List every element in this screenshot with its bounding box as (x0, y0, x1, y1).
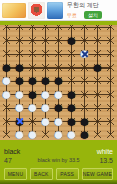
board-cell[interactable] (39, 34, 52, 48)
board-cell[interactable] (0, 34, 13, 48)
board-cell[interactable] (91, 88, 104, 102)
white-stone: ● (14, 128, 24, 140)
board-cell[interactable] (91, 25, 104, 34)
board-cell[interactable]: ● (78, 128, 91, 140)
board-cell[interactable] (26, 47, 39, 61)
white-stone: ● (27, 101, 37, 114)
ad-price-label: 무료 (67, 12, 77, 18)
black-player-label: black (4, 148, 20, 156)
board-cell[interactable] (0, 128, 13, 140)
board-cell[interactable]: ● (26, 101, 39, 115)
board-cell[interactable] (104, 61, 117, 75)
status-bar: black white black win by 33.5 47 13.5 ME… (0, 140, 117, 184)
board-cell[interactable] (52, 34, 65, 48)
ad-banner[interactable]: 무한의 계단 무료 설치 (0, 0, 117, 21)
board-cell[interactable] (52, 47, 65, 61)
white-stone: ● (1, 87, 11, 100)
board-cell[interactable] (78, 74, 91, 88)
board-cell[interactable] (104, 128, 117, 140)
board-cell[interactable] (104, 25, 117, 34)
pass-button[interactable]: PASS (56, 168, 79, 180)
board-cell[interactable] (0, 101, 13, 115)
board-cell[interactable] (39, 128, 52, 140)
board-cell[interactable]: ● (0, 88, 13, 102)
board-cell[interactable] (26, 25, 39, 34)
go-board[interactable]: ●●●●●●●●●●●●●●●●●●●●●●●●●●●●●●● (0, 25, 117, 140)
board-cell[interactable] (78, 88, 91, 102)
back-button[interactable]: BACK (30, 168, 53, 180)
white-stone: ● (40, 114, 50, 127)
board-cell[interactable] (65, 47, 78, 61)
board-cell[interactable] (91, 115, 104, 129)
board-cell[interactable]: ● (39, 115, 52, 129)
menu-button[interactable]: MENU (4, 168, 27, 180)
ad-install-button[interactable]: 설치 (84, 11, 102, 19)
black-stone: ● (92, 60, 102, 73)
white-stone: ● (27, 128, 37, 140)
board-cell[interactable] (91, 128, 104, 140)
board-cell[interactable] (52, 25, 65, 34)
board-cell[interactable] (104, 101, 117, 115)
new-game-button[interactable]: NEW GAME (82, 168, 113, 180)
app-screen: 무한의 계단 무료 설치 ●●●●●●●●●●●●●●●●●●●●●●●●●●●… (0, 0, 117, 184)
board-cell[interactable] (104, 47, 117, 61)
board-cell[interactable] (39, 47, 52, 61)
board-cell[interactable]: ● (13, 128, 26, 140)
board-cell[interactable] (78, 61, 91, 75)
board-cell[interactable]: ● (91, 61, 104, 75)
result-text: black win by 33.5 (4, 156, 113, 165)
board-cell[interactable] (26, 34, 39, 48)
board-cell[interactable]: ● (26, 128, 39, 140)
board-cell[interactable] (78, 25, 91, 34)
board-cell[interactable] (65, 61, 78, 75)
black-stone: ● (79, 128, 89, 140)
board-cell[interactable] (91, 101, 104, 115)
white-stone: ● (66, 128, 76, 140)
ad-thumbnail-2 (28, 2, 45, 19)
board-cell[interactable] (104, 88, 117, 102)
board-cell[interactable] (104, 74, 117, 88)
ad-text-block: 무한의 계단 무료 설치 (67, 2, 102, 19)
board-cell[interactable] (91, 34, 104, 48)
ad-title: 무한의 계단 (67, 2, 102, 9)
board-cell[interactable]: ● (52, 128, 65, 140)
ad-thumbnail-3 (47, 2, 63, 19)
board-cell[interactable] (104, 115, 117, 129)
board-cell[interactable] (0, 115, 13, 129)
board-cell[interactable] (13, 34, 26, 48)
board-cell[interactable]: ● (65, 34, 78, 48)
white-stone: ● (53, 128, 63, 140)
board-cell[interactable]: ● (78, 47, 91, 61)
board-cell[interactable] (39, 25, 52, 34)
board-cell[interactable]: ● (65, 128, 78, 140)
board-cell[interactable] (91, 74, 104, 88)
board-cell[interactable] (0, 25, 13, 34)
ad-thumbnail-1 (2, 3, 26, 18)
board-cells: ●●●●●●●●●●●●●●●●●●●●●●●●●●●●●●● (0, 25, 117, 140)
bottom-strip (0, 180, 117, 184)
white-stone: ● (79, 47, 89, 60)
board-cell[interactable] (104, 34, 117, 48)
black-stone: ● (66, 33, 76, 46)
white-player-label: white (97, 148, 113, 156)
board-cell[interactable] (13, 25, 26, 34)
